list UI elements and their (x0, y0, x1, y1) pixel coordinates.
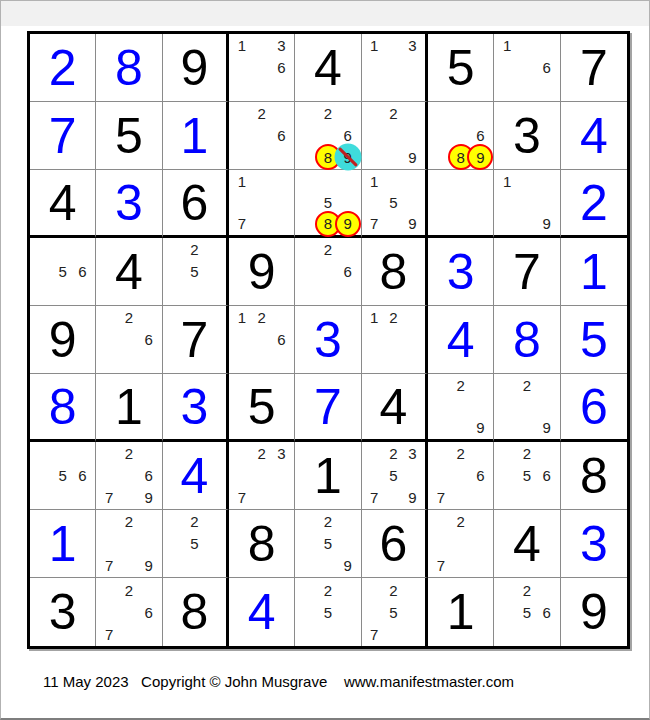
pencil-slot (451, 103, 471, 125)
pencil-mark: 6 (543, 605, 551, 620)
given-digit: 3 (49, 587, 77, 637)
cell-r7c7: 267 (428, 442, 494, 510)
pencil-grid: 23579 (365, 443, 422, 508)
pencil-slot (365, 146, 384, 168)
pencil-slot (384, 171, 403, 192)
pencil-slot (232, 57, 252, 79)
cell-r5c1: 9 (30, 306, 96, 374)
pencil-slot (365, 125, 384, 147)
cell-r5c5: 3 (295, 306, 361, 374)
pencil-slot (537, 171, 557, 192)
pencil-slot: 9 (338, 554, 358, 576)
entered-digit: 6 (580, 382, 608, 432)
pencil-slot: 5 (185, 261, 204, 283)
pencil-grid: 25 (166, 239, 223, 304)
pencil-grid: 267 (99, 579, 158, 645)
cell-r9c9: 9 (561, 578, 627, 646)
pencil-slot: 1 (232, 35, 252, 57)
pencil-slot: 9 (403, 146, 422, 168)
pencil-slot: 6 (471, 465, 491, 487)
pencil-mark: 9 (145, 490, 153, 505)
pencil-grid: 29 (431, 375, 490, 438)
pencil-mark: 2 (125, 583, 133, 598)
pencil-slot: 7 (365, 623, 384, 645)
pencil-grid: 13 (365, 35, 422, 100)
pencil-slot (365, 350, 384, 372)
pencil-mark: 1 (238, 174, 246, 189)
pencil-slot (232, 443, 252, 465)
pencil-mark: 6 (145, 605, 153, 620)
pencil-slot (403, 125, 422, 147)
pencil-slot (232, 125, 252, 147)
pencil-slot: 5 (318, 601, 338, 623)
cell-r7c1: 56 (30, 442, 96, 510)
pencil-mark: 6 (476, 128, 484, 143)
pencil-slot (272, 465, 292, 487)
pencil-slot (471, 192, 491, 213)
pencil-slot: 7 (365, 486, 384, 508)
page: 2891364135167751262689296893443617589157… (0, 0, 650, 720)
pencil-slot (318, 554, 338, 576)
pencil-slot: 9 (471, 146, 491, 168)
pencil-slot (403, 465, 422, 487)
cell-r7c5: 1 (295, 442, 361, 510)
pencil-slot (431, 213, 451, 234)
pencil-slot (497, 192, 517, 213)
cell-r1c6: 13 (362, 34, 428, 102)
pencil-slot (537, 443, 557, 465)
pencil-slot (73, 282, 93, 304)
cell-r3c8: 19 (494, 170, 560, 238)
cell-r1c3: 9 (163, 34, 229, 102)
pencil-grid: 689 (431, 103, 490, 168)
pencil-slot (517, 396, 537, 417)
pencil-mark: 7 (370, 627, 378, 642)
pencil-slot (272, 213, 292, 234)
pencil-mark: 6 (344, 128, 352, 143)
pencil-mark: 2 (324, 583, 332, 598)
entered-digit: 3 (180, 382, 208, 432)
pencil-slot (403, 329, 422, 351)
pencil-slot: 2 (318, 579, 338, 601)
pencil-slot: 2 (119, 307, 139, 329)
pencil-mark: 2 (324, 514, 332, 529)
pencil-slot (517, 78, 537, 100)
given-digit: 5 (248, 382, 276, 432)
cell-r4c9: 1 (561, 238, 627, 306)
given-digit: 1 (447, 587, 475, 637)
pencil-slot (365, 465, 384, 487)
pencil-mark: 9 (476, 150, 484, 165)
pencil-mark: 1 (238, 310, 246, 325)
pencil-mark: 3 (277, 38, 285, 53)
pencil-slot (517, 35, 537, 57)
pencil-slot (252, 125, 272, 147)
cell-r8c7: 27 (428, 510, 494, 578)
cell-r6c2: 1 (96, 374, 162, 442)
pencil-mark: 2 (190, 514, 198, 529)
pencil-slot: 6 (537, 57, 557, 79)
given-digit: 5 (115, 111, 143, 161)
pencil-mark: 5 (324, 536, 332, 551)
cell-r7c4: 237 (229, 442, 295, 510)
cell-r3c5: 589 (295, 170, 361, 238)
pencil-slot: 5 (384, 465, 403, 487)
pencil-slot (471, 375, 491, 396)
pencil-slot: 2 (119, 443, 139, 465)
pencil-slot: 5 (53, 465, 73, 487)
pencil-slot (185, 282, 204, 304)
pencil-slot (33, 486, 53, 508)
pencil-slot (204, 511, 223, 533)
pencil-slot (497, 579, 517, 601)
pencil-slot (298, 261, 318, 283)
cell-r3c2: 3 (96, 170, 162, 238)
pencil-slot (451, 171, 471, 192)
pencil-slot (119, 554, 139, 576)
pencil-slot (384, 146, 403, 168)
pencil-slot: 6 (338, 261, 358, 283)
sudoku-board: 2891364135167751262689296893443617589157… (27, 31, 630, 649)
pencil-grid: 259 (298, 511, 357, 576)
pencil-slot (272, 307, 292, 329)
pencil-slot (431, 417, 451, 438)
pencil-grid: 26 (232, 103, 291, 168)
pencil-grid: 12 (365, 307, 422, 372)
pencil-slot (252, 350, 272, 372)
cell-r7c6: 23579 (362, 442, 428, 510)
cell-r7c9: 8 (561, 442, 627, 510)
pencil-slot (33, 465, 53, 487)
pencil-grid (431, 171, 490, 234)
pencil-slot: 2 (119, 511, 139, 533)
pencil-grid: 126 (232, 307, 291, 372)
pencil-slot (384, 486, 403, 508)
pencil-slot (33, 282, 53, 304)
pencil-slot (471, 533, 491, 555)
pencil-mark: 2 (389, 583, 397, 598)
pencil-mark: 7 (437, 558, 445, 573)
pencil-slot (403, 307, 422, 329)
pencil-slot (139, 350, 159, 372)
cell-r5c4: 126 (229, 306, 295, 374)
pencil-mark: 6 (78, 264, 86, 279)
pencil-mark: 2 (389, 310, 397, 325)
entered-digit: 3 (447, 247, 475, 297)
pencil-slot (252, 486, 272, 508)
pencil-slot (338, 103, 358, 125)
entered-digit: 1 (180, 111, 208, 161)
pencil-mark: 2 (389, 106, 397, 121)
pencil-grid: 29 (497, 375, 556, 438)
pencil-mark: 7 (105, 558, 113, 573)
pencil-slot: 6 (139, 465, 159, 487)
pencil-slot: 6 (537, 465, 557, 487)
given-digit: 4 (314, 43, 342, 93)
pencil-slot (517, 417, 537, 438)
pencil-slot: 7 (232, 486, 252, 508)
pencil-slot (517, 213, 537, 234)
pencil-slot (318, 171, 338, 192)
entered-digit: 4 (180, 451, 208, 501)
cell-r1c2: 8 (96, 34, 162, 102)
pencil-mark: 2 (456, 514, 464, 529)
pencil-slot (497, 57, 517, 79)
pencil-slot (119, 465, 139, 487)
pencil-mark: 5 (523, 468, 531, 483)
pencil-mark: 1 (370, 38, 378, 53)
cell-r7c3: 4 (163, 442, 229, 510)
pencil-slot (451, 417, 471, 438)
cell-r5c7: 4 (428, 306, 494, 374)
entered-digit: 8 (115, 43, 143, 93)
pencil-mark: 9 (408, 150, 416, 165)
pencil-slot: 5 (318, 192, 338, 213)
pencil-mark: 2 (523, 583, 531, 598)
cell-r2c4: 26 (229, 102, 295, 170)
pencil-slot: 6 (73, 261, 93, 283)
pencil-slot (403, 78, 422, 100)
pencil-slot (53, 486, 73, 508)
pencil-slot (252, 35, 272, 57)
pencil-slot: 7 (99, 554, 119, 576)
pencil-slot: 5 (318, 533, 338, 555)
pencil-slot: 6 (471, 125, 491, 147)
pencil-slot: 9 (139, 554, 159, 576)
cell-r7c2: 2679 (96, 442, 162, 510)
pencil-slot (252, 78, 272, 100)
pencil-mark: 6 (145, 468, 153, 483)
pencil-slot (338, 239, 358, 261)
pencil-slot (403, 171, 422, 192)
pencil-slot (204, 554, 223, 576)
pencil-slot (431, 192, 451, 213)
cell-r6c4: 5 (229, 374, 295, 442)
pencil-slot: 2 (252, 443, 272, 465)
pencil-mark: 1 (370, 174, 378, 189)
pencil-mark: 5 (389, 195, 397, 210)
pencil-slot: 2 (185, 511, 204, 533)
cell-r1c8: 16 (494, 34, 560, 102)
entered-digit: 8 (513, 315, 541, 365)
pencil-mark: 2 (456, 446, 464, 461)
pencil-slot (99, 350, 119, 372)
pencil-slot (53, 443, 73, 465)
pencil-slot (431, 443, 451, 465)
pencil-mark: 3 (277, 446, 285, 461)
pencil-slot (53, 282, 73, 304)
entered-digit: 2 (49, 43, 77, 93)
pencil-slot: 9 (139, 486, 159, 508)
pencil-slot (365, 579, 384, 601)
pencil-mark: 7 (105, 627, 113, 642)
pencil-slot (318, 261, 338, 283)
pencil-mark: 9 (344, 216, 352, 231)
pencil-slot (451, 396, 471, 417)
pencil-slot (451, 192, 471, 213)
pencil-slot: 2 (384, 579, 403, 601)
pencil-slot (318, 623, 338, 645)
pencil-mark: 2 (125, 446, 133, 461)
cell-r4c7: 3 (428, 238, 494, 306)
pencil-slot (166, 554, 185, 576)
pencil-slot (537, 35, 557, 57)
pencil-slot (517, 192, 537, 213)
entered-digit: 2 (580, 178, 608, 228)
pencil-mark: 2 (523, 378, 531, 393)
cell-r9c7: 1 (428, 578, 494, 646)
pencil-slot: 2 (517, 443, 537, 465)
pencil-slot (119, 486, 139, 508)
cell-r6c3: 3 (163, 374, 229, 442)
pencil-slot: 1 (497, 35, 517, 57)
pencil-slot (365, 601, 384, 623)
pencil-mark: 8 (324, 216, 332, 231)
given-digit: 3 (513, 111, 541, 161)
pencil-slot: 7 (232, 213, 252, 234)
pencil-slot (298, 533, 318, 555)
pencil-slot (119, 350, 139, 372)
cell-r3c3: 6 (163, 170, 229, 238)
cell-r6c5: 7 (295, 374, 361, 442)
pencil-slot (166, 282, 185, 304)
given-digit: 7 (513, 247, 541, 297)
pencil-slot (403, 623, 422, 645)
cell-r9c3: 8 (163, 578, 229, 646)
pencil-slot: 9 (403, 486, 422, 508)
pencil-mark: 2 (125, 514, 133, 529)
pencil-mark: 5 (324, 605, 332, 620)
pencil-slot (431, 396, 451, 417)
pencil-slot: 5 (384, 601, 403, 623)
pencil-grid: 19 (497, 171, 556, 234)
pencil-mark: 6 (543, 60, 551, 75)
pencil-slot: 9 (471, 417, 491, 438)
pencil-slot (298, 554, 318, 576)
pencil-slot: 9 (537, 213, 557, 234)
entered-digit: 5 (580, 315, 608, 365)
pencil-slot (139, 579, 159, 601)
cell-r2c1: 7 (30, 102, 96, 170)
cell-r4c6: 8 (362, 238, 428, 306)
given-digit: 4 (379, 382, 407, 432)
pencil-slot (119, 623, 139, 645)
pencil-slot: 2 (451, 511, 471, 533)
pencil-slot (431, 465, 451, 487)
pencil-slot (272, 192, 292, 213)
pencil-mark: 5 (324, 195, 332, 210)
pencil-slot (338, 511, 358, 533)
pencil-mark: 5 (389, 605, 397, 620)
cell-r9c4: 4 (229, 578, 295, 646)
entered-digit: 8 (49, 382, 77, 432)
pencil-slot (497, 486, 517, 508)
pencil-slot (139, 623, 159, 645)
pencil-slot (471, 443, 491, 465)
cell-r1c1: 2 (30, 34, 96, 102)
pencil-slot: 7 (431, 486, 451, 508)
cell-r9c6: 257 (362, 578, 428, 646)
pencil-slot (537, 375, 557, 396)
pencil-slot: 5 (517, 465, 537, 487)
pencil-mark: 1 (503, 174, 511, 189)
pencil-slot (497, 601, 517, 623)
pencil-slot (497, 465, 517, 487)
pencil-slot (232, 103, 252, 125)
cell-r8c6: 6 (362, 510, 428, 578)
pencil-mark: 7 (370, 490, 378, 505)
pencil-mark: 6 (277, 128, 285, 143)
pencil-slot (517, 171, 537, 192)
cell-r6c1: 8 (30, 374, 96, 442)
pencil-mark: 2 (456, 378, 464, 393)
pencil-slot (252, 213, 272, 234)
footer-text: 11 May 2023 Copyright © John Musgrave ww… (43, 673, 514, 690)
pencil-slot (139, 533, 159, 555)
pencil-slot (537, 579, 557, 601)
pencil-slot (471, 213, 491, 234)
pencil-mark: 9 (476, 420, 484, 435)
cell-r9c1: 3 (30, 578, 96, 646)
pencil-mark: 6 (277, 332, 285, 347)
pencil-grid: 27 (431, 511, 490, 576)
pencil-slot (272, 350, 292, 372)
pencil-slot: 2 (318, 511, 338, 533)
pencil-slot: 9 (338, 213, 358, 234)
pencil-grid: 17 (232, 171, 291, 234)
pencil-slot (471, 396, 491, 417)
pencil-slot (204, 533, 223, 555)
pencil-slot (53, 239, 73, 261)
pencil-slot (99, 443, 119, 465)
cell-r7c8: 256 (494, 442, 560, 510)
given-digit: 9 (49, 315, 77, 365)
pencil-slot (431, 171, 451, 192)
pencil-slot (232, 146, 252, 168)
pencil-slot (166, 239, 185, 261)
pencil-mark: 2 (389, 446, 397, 461)
pencil-mark: 9 (543, 216, 551, 231)
pencil-slot: 5 (517, 601, 537, 623)
pencil-slot: 2 (451, 443, 471, 465)
pencil-slot (232, 192, 252, 213)
pencil-slot: 2 (384, 307, 403, 329)
pencil-slot: 7 (99, 623, 119, 645)
pencil-slot (204, 282, 223, 304)
cell-r3c4: 17 (229, 170, 295, 238)
pencil-slot (451, 533, 471, 555)
pencil-slot (471, 103, 491, 125)
pencil-slot (537, 623, 557, 645)
pencil-mark: 9 (408, 216, 416, 231)
pencil-slot: 2 (119, 579, 139, 601)
pencil-mark: 2 (257, 106, 265, 121)
pencil-mark: 9 (344, 558, 352, 573)
given-digit: 4 (115, 247, 143, 297)
pencil-slot (272, 146, 292, 168)
cell-r4c5: 26 (295, 238, 361, 306)
pencil-slot (365, 329, 384, 351)
pencil-mark: 8 (324, 150, 332, 165)
pencil-mark: 2 (324, 106, 332, 121)
pencil-slot (365, 192, 384, 213)
pencil-slot (252, 171, 272, 192)
pencil-mark: 8 (456, 150, 464, 165)
given-digit: 6 (379, 519, 407, 569)
pencil-slot (119, 533, 139, 555)
pencil-mark: 5 (190, 536, 198, 551)
pencil-mark: 5 (58, 468, 66, 483)
